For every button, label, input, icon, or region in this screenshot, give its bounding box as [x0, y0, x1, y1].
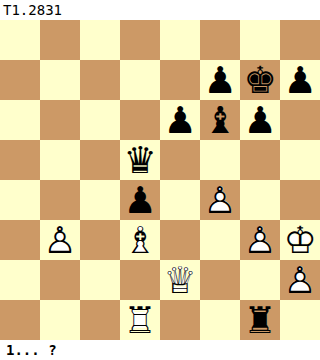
square-h4[interactable]: [280, 180, 320, 220]
white-piece-outline-glyph: ♔︎: [280, 220, 320, 260]
black-piece-glyph: ♛︎: [120, 140, 160, 180]
black-piece-glyph: ♟︎: [240, 100, 280, 140]
piece-white-pawn[interactable]: ♟︎♙︎: [40, 220, 80, 260]
square-a3[interactable]: [0, 220, 40, 260]
piece-white-pawn[interactable]: ♟︎♙︎: [280, 260, 320, 300]
square-c3[interactable]: [80, 220, 120, 260]
square-a7[interactable]: [0, 60, 40, 100]
white-piece-outline-glyph: ♗︎: [120, 220, 160, 260]
piece-white-king[interactable]: ♚︎♔︎: [280, 220, 320, 260]
square-d6[interactable]: [120, 100, 160, 140]
square-c2[interactable]: [80, 260, 120, 300]
square-e6[interactable]: ♟︎: [160, 100, 200, 140]
square-e1[interactable]: [160, 300, 200, 340]
black-piece-glyph: ♟︎: [200, 60, 240, 100]
square-b1[interactable]: [40, 300, 80, 340]
piece-black-rook[interactable]: ♜︎: [240, 300, 280, 340]
white-piece-outline-glyph: ♕︎: [160, 260, 200, 300]
square-b6[interactable]: [40, 100, 80, 140]
square-c7[interactable]: [80, 60, 120, 100]
square-g4[interactable]: [240, 180, 280, 220]
chess-board: ♟︎♚︎♟︎♟︎♝︎♟︎♛︎♟︎♟︎♙︎♟︎♙︎♝︎♗︎♟︎♙︎♚︎♔︎♛︎♕︎…: [0, 20, 320, 340]
piece-black-pawn[interactable]: ♟︎: [200, 60, 240, 100]
piece-white-pawn[interactable]: ♟︎♙︎: [200, 180, 240, 220]
white-piece-outline-glyph: ♙︎: [40, 220, 80, 260]
square-e3[interactable]: [160, 220, 200, 260]
square-f2[interactable]: [200, 260, 240, 300]
square-d3[interactable]: ♝︎♗︎: [120, 220, 160, 260]
piece-black-queen[interactable]: ♛︎: [120, 140, 160, 180]
square-f8[interactable]: [200, 20, 240, 60]
black-piece-glyph: ♟︎: [160, 100, 200, 140]
square-d8[interactable]: [120, 20, 160, 60]
piece-black-king[interactable]: ♚︎: [240, 60, 280, 100]
square-f7[interactable]: ♟︎: [200, 60, 240, 100]
piece-white-rook[interactable]: ♜︎♖︎: [120, 300, 160, 340]
square-h8[interactable]: [280, 20, 320, 60]
square-a4[interactable]: [0, 180, 40, 220]
chess-trainer-window: T1.2831 ♟︎♚︎♟︎♟︎♝︎♟︎♛︎♟︎♟︎♙︎♟︎♙︎♝︎♗︎♟︎♙︎…: [0, 0, 320, 360]
black-piece-glyph: ♝︎: [200, 100, 240, 140]
square-e7[interactable]: [160, 60, 200, 100]
square-a2[interactable]: [0, 260, 40, 300]
white-piece-outline-glyph: ♙︎: [200, 180, 240, 220]
square-b7[interactable]: [40, 60, 80, 100]
piece-white-bishop[interactable]: ♝︎♗︎: [120, 220, 160, 260]
black-piece-glyph: ♟︎: [120, 180, 160, 220]
square-a6[interactable]: [0, 100, 40, 140]
square-e2[interactable]: ♛︎♕︎: [160, 260, 200, 300]
square-g6[interactable]: ♟︎: [240, 100, 280, 140]
piece-black-pawn[interactable]: ♟︎: [240, 100, 280, 140]
square-h6[interactable]: [280, 100, 320, 140]
square-f4[interactable]: ♟︎♙︎: [200, 180, 240, 220]
square-c6[interactable]: [80, 100, 120, 140]
square-e5[interactable]: [160, 140, 200, 180]
square-h5[interactable]: [280, 140, 320, 180]
square-f3[interactable]: [200, 220, 240, 260]
piece-white-pawn[interactable]: ♟︎♙︎: [240, 220, 280, 260]
square-e8[interactable]: [160, 20, 200, 60]
black-piece-glyph: ♜︎: [240, 300, 280, 340]
piece-white-queen[interactable]: ♛︎♕︎: [160, 260, 200, 300]
square-a5[interactable]: [0, 140, 40, 180]
piece-black-pawn[interactable]: ♟︎: [280, 60, 320, 100]
square-h7[interactable]: ♟︎: [280, 60, 320, 100]
square-b2[interactable]: [40, 260, 80, 300]
white-piece-outline-glyph: ♙︎: [240, 220, 280, 260]
square-h3[interactable]: ♚︎♔︎: [280, 220, 320, 260]
square-c5[interactable]: [80, 140, 120, 180]
square-b5[interactable]: [40, 140, 80, 180]
black-piece-glyph: ♟︎: [280, 60, 320, 100]
square-b3[interactable]: ♟︎♙︎: [40, 220, 80, 260]
square-a8[interactable]: [0, 20, 40, 60]
square-d7[interactable]: [120, 60, 160, 100]
square-d2[interactable]: [120, 260, 160, 300]
square-a1[interactable]: [0, 300, 40, 340]
square-d5[interactable]: ♛︎: [120, 140, 160, 180]
white-piece-outline-glyph: ♖︎: [120, 300, 160, 340]
square-f6[interactable]: ♝︎: [200, 100, 240, 140]
square-e4[interactable]: [160, 180, 200, 220]
piece-black-pawn[interactable]: ♟︎: [120, 180, 160, 220]
square-g5[interactable]: [240, 140, 280, 180]
square-c1[interactable]: [80, 300, 120, 340]
square-f1[interactable]: [200, 300, 240, 340]
piece-black-bishop[interactable]: ♝︎: [200, 100, 240, 140]
title-bar: T1.2831: [0, 0, 320, 20]
square-g8[interactable]: [240, 20, 280, 60]
status-bar: 1... ?: [0, 340, 320, 360]
white-piece-outline-glyph: ♙︎: [280, 260, 320, 300]
square-c4[interactable]: [80, 180, 120, 220]
square-g2[interactable]: [240, 260, 280, 300]
square-h1[interactable]: [280, 300, 320, 340]
square-f5[interactable]: [200, 140, 240, 180]
puzzle-id: T1.2831: [3, 2, 62, 18]
square-d1[interactable]: ♜︎♖︎: [120, 300, 160, 340]
piece-black-pawn[interactable]: ♟︎: [160, 100, 200, 140]
square-c8[interactable]: [80, 20, 120, 60]
square-b8[interactable]: [40, 20, 80, 60]
square-b4[interactable]: [40, 180, 80, 220]
square-g7[interactable]: ♚︎: [240, 60, 280, 100]
black-piece-glyph: ♚︎: [240, 60, 280, 100]
square-d4[interactable]: ♟︎: [120, 180, 160, 220]
square-g1[interactable]: ♜︎: [240, 300, 280, 340]
square-g3[interactable]: ♟︎♙︎: [240, 220, 280, 260]
square-h2[interactable]: ♟︎♙︎: [280, 260, 320, 300]
move-prompt: 1... ?: [6, 342, 57, 358]
